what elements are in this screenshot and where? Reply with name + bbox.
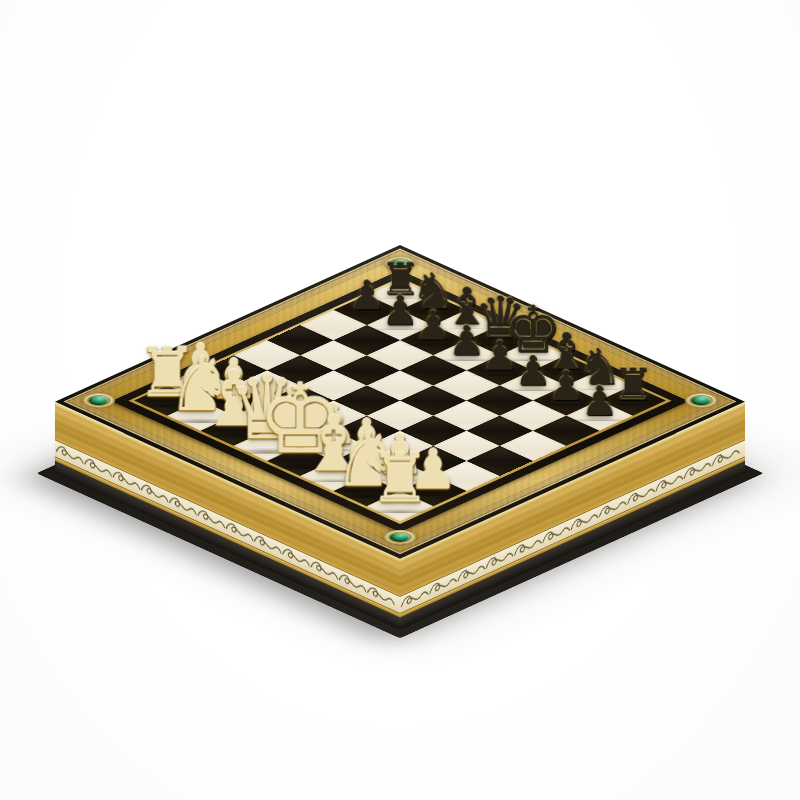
gem-mount-bottom-corner	[377, 527, 422, 548]
square-h1: ♜	[367, 491, 433, 521]
white-rook: ♜	[325, 444, 475, 512]
product-photo-scene: ♜♞♝♛♚♝♞♜♟♟♟♟♟♟♟♟♟♟♟♟♟♟♟♟♜♞♝♛♚♝♞♜	[0, 0, 800, 800]
black-pawn: ♟	[524, 381, 674, 422]
malachite-gem	[386, 531, 414, 544]
square-h7: ♟	[566, 401, 632, 431]
chess-board-3d: ♜♞♝♛♚♝♞♜♟♟♟♟♟♟♟♟♟♟♟♟♟♟♟♟♜♞♝♛♚♝♞♜	[55, 245, 745, 558]
